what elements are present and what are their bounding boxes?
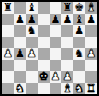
square-g1[interactable]: ♞ xyxy=(73,83,85,95)
square-b8[interactable] xyxy=(14,2,26,14)
square-b5[interactable] xyxy=(14,37,26,49)
piece-white-pawn[interactable]: ♟ xyxy=(62,71,72,82)
square-a2[interactable] xyxy=(2,71,14,83)
square-g2[interactable] xyxy=(73,71,85,83)
board-frame: ♜♝♜♚♝♟♟♟♟♝♟♞♟♟♟♟♞♟♚♟♟♞♝♞♜ xyxy=(0,0,99,96)
square-f6[interactable] xyxy=(61,25,73,37)
square-h7[interactable]: ♟ xyxy=(85,14,97,26)
square-f2[interactable]: ♟ xyxy=(61,71,73,83)
square-c2[interactable] xyxy=(26,71,38,83)
square-e3[interactable] xyxy=(50,60,62,72)
square-c1[interactable] xyxy=(26,83,38,95)
square-c4[interactable]: ♟ xyxy=(26,48,38,60)
piece-black-knight[interactable]: ♞ xyxy=(27,25,37,36)
piece-black-king[interactable]: ♚ xyxy=(74,2,84,13)
square-h5[interactable] xyxy=(85,37,97,49)
square-d2[interactable]: ♚ xyxy=(38,71,50,83)
square-g6[interactable]: ♟ xyxy=(73,25,85,37)
square-e2[interactable]: ♟ xyxy=(50,71,62,83)
square-a1[interactable] xyxy=(2,83,14,95)
square-c6[interactable]: ♞ xyxy=(26,25,38,37)
square-a6[interactable] xyxy=(2,25,14,37)
piece-white-bishop[interactable]: ♝ xyxy=(86,2,96,13)
square-e5[interactable] xyxy=(50,37,62,49)
piece-white-pawn[interactable]: ♟ xyxy=(27,48,37,59)
square-b4[interactable]: ♟ xyxy=(14,48,26,60)
square-f4[interactable] xyxy=(61,48,73,60)
square-d4[interactable] xyxy=(38,48,50,60)
piece-white-pawn[interactable]: ♟ xyxy=(51,71,61,82)
square-c3[interactable] xyxy=(26,60,38,72)
square-b3[interactable] xyxy=(14,60,26,72)
piece-black-pawn[interactable]: ♟ xyxy=(51,14,61,25)
square-e8[interactable] xyxy=(50,2,62,14)
piece-white-rook[interactable]: ♜ xyxy=(86,83,96,94)
piece-black-pawn[interactable]: ♟ xyxy=(86,14,96,25)
piece-black-rook[interactable]: ♜ xyxy=(3,2,13,13)
piece-black-pawn[interactable]: ♟ xyxy=(27,14,37,25)
piece-black-pawn[interactable]: ♟ xyxy=(15,14,25,25)
square-c7[interactable]: ♟ xyxy=(26,14,38,26)
square-a8[interactable]: ♜ xyxy=(2,2,14,14)
square-a5[interactable] xyxy=(2,37,14,49)
square-a7[interactable] xyxy=(2,14,14,26)
square-b2[interactable] xyxy=(14,71,26,83)
square-f8[interactable]: ♜ xyxy=(61,2,73,14)
square-e1[interactable] xyxy=(50,83,62,95)
square-h1[interactable]: ♜ xyxy=(85,83,97,95)
square-g8[interactable]: ♚ xyxy=(73,2,85,14)
piece-black-pawn[interactable]: ♟ xyxy=(15,48,25,59)
piece-black-knight[interactable]: ♞ xyxy=(74,48,84,59)
square-h2[interactable] xyxy=(85,71,97,83)
square-b7[interactable]: ♟ xyxy=(14,14,26,26)
square-c8[interactable]: ♝ xyxy=(26,2,38,14)
square-f7[interactable]: ♟ xyxy=(61,14,73,26)
piece-black-bishop[interactable]: ♝ xyxy=(27,2,37,13)
chess-board: ♜♝♜♚♝♟♟♟♟♝♟♞♟♟♟♟♞♟♚♟♟♞♝♞♜ xyxy=(2,2,97,94)
square-b1[interactable]: ♞ xyxy=(14,83,26,95)
square-f1[interactable]: ♝ xyxy=(61,83,73,95)
square-d1[interactable] xyxy=(38,83,50,95)
square-d7[interactable] xyxy=(38,14,50,26)
piece-white-knight[interactable]: ♞ xyxy=(15,83,25,94)
square-e6[interactable] xyxy=(50,25,62,37)
square-a4[interactable]: ♟ xyxy=(2,48,14,60)
square-f3[interactable] xyxy=(61,60,73,72)
square-d6[interactable] xyxy=(38,25,50,37)
piece-white-knight[interactable]: ♞ xyxy=(74,83,84,94)
piece-white-bishop[interactable]: ♝ xyxy=(62,83,72,94)
square-h3[interactable] xyxy=(85,60,97,72)
piece-white-king[interactable]: ♚ xyxy=(39,71,49,82)
square-c5[interactable] xyxy=(26,37,38,49)
square-e4[interactable] xyxy=(50,48,62,60)
square-d5[interactable] xyxy=(38,37,50,49)
square-h6[interactable] xyxy=(85,25,97,37)
square-g7[interactable]: ♝ xyxy=(73,14,85,26)
square-d8[interactable] xyxy=(38,2,50,14)
square-f5[interactable] xyxy=(61,37,73,49)
piece-black-bishop[interactable]: ♝ xyxy=(74,14,84,25)
piece-white-pawn[interactable]: ♟ xyxy=(3,48,13,59)
square-a3[interactable] xyxy=(2,60,14,72)
square-h8[interactable]: ♝ xyxy=(85,2,97,14)
square-d3[interactable] xyxy=(38,60,50,72)
square-g4[interactable]: ♞ xyxy=(73,48,85,60)
piece-black-rook[interactable]: ♜ xyxy=(62,2,72,13)
square-g3[interactable] xyxy=(73,60,85,72)
square-b6[interactable] xyxy=(14,25,26,37)
square-g5[interactable] xyxy=(73,37,85,49)
piece-black-pawn[interactable]: ♟ xyxy=(74,25,84,36)
piece-white-pawn[interactable]: ♟ xyxy=(86,48,96,59)
square-h4[interactable]: ♟ xyxy=(85,48,97,60)
piece-black-pawn[interactable]: ♟ xyxy=(62,14,72,25)
square-e7[interactable]: ♟ xyxy=(50,14,62,26)
